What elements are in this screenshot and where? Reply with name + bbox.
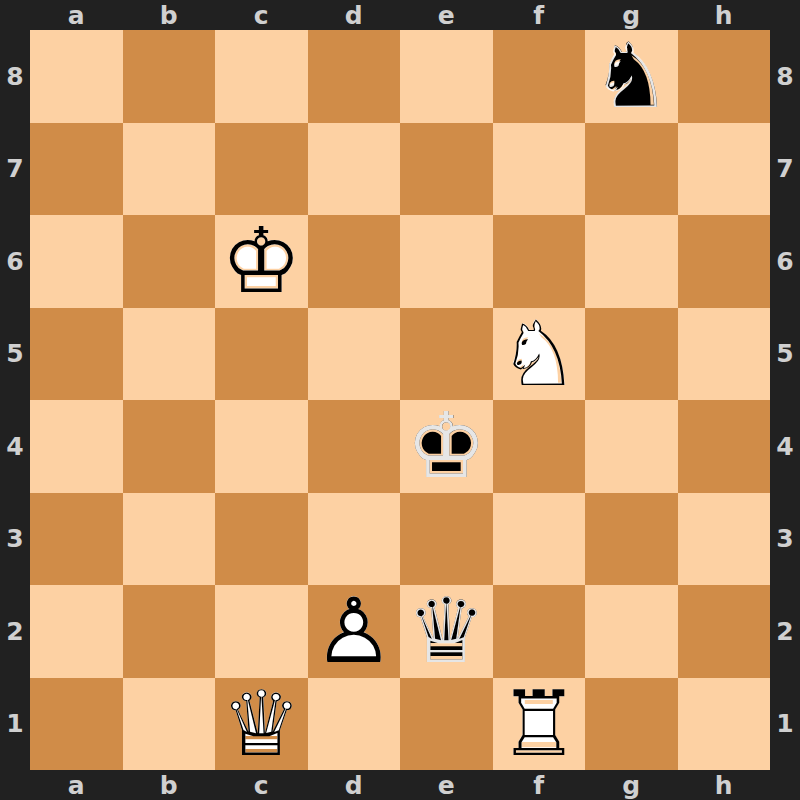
rank-label-2-left: 2: [0, 585, 30, 678]
knight-glyph-outline: ♘: [585, 30, 678, 123]
square-e1[interactable]: [400, 678, 493, 771]
square-e7[interactable]: [400, 123, 493, 216]
piece-black-knight[interactable]: ♞♘: [585, 30, 678, 123]
square-c2[interactable]: [215, 585, 308, 678]
square-d1[interactable]: [308, 678, 401, 771]
file-labels-bottom: abcdefgh: [30, 770, 770, 800]
rank-label-5-right: 5: [770, 308, 800, 401]
piece-black-queen[interactable]: ♛♕: [400, 585, 493, 678]
square-b2[interactable]: [123, 585, 216, 678]
chess-board-frame: abcdefgh 87654321 ♞♘♚♔♞♘♚♔♟♙♛♕♛♕♜♖ 87654…: [0, 0, 800, 800]
file-label-f-top: f: [493, 0, 586, 30]
square-h1[interactable]: [678, 678, 771, 771]
square-c4[interactable]: [215, 400, 308, 493]
square-f8[interactable]: [493, 30, 586, 123]
file-label-e-bottom: e: [400, 770, 493, 800]
square-g3[interactable]: [585, 493, 678, 586]
square-g7[interactable]: [585, 123, 678, 216]
rank-label-8-right: 8: [770, 30, 800, 123]
square-b3[interactable]: [123, 493, 216, 586]
square-d3[interactable]: [308, 493, 401, 586]
square-h6[interactable]: [678, 215, 771, 308]
square-d7[interactable]: [308, 123, 401, 216]
file-label-a-bottom: a: [30, 770, 123, 800]
square-f1[interactable]: ♜♖: [493, 678, 586, 771]
square-h3[interactable]: [678, 493, 771, 586]
square-e4[interactable]: ♚♔: [400, 400, 493, 493]
knight-glyph-outline: ♘: [493, 308, 586, 401]
rank-label-4-right: 4: [770, 400, 800, 493]
king-glyph-outline: ♔: [215, 215, 308, 308]
file-label-g-bottom: g: [585, 770, 678, 800]
piece-black-king[interactable]: ♚♔: [400, 400, 493, 493]
square-h5[interactable]: [678, 308, 771, 401]
king-glyph-outline: ♔: [400, 400, 493, 493]
chess-board: ♞♘♚♔♞♘♚♔♟♙♛♕♛♕♜♖: [30, 30, 770, 770]
square-e3[interactable]: [400, 493, 493, 586]
rank-label-1-left: 1: [0, 678, 30, 771]
square-c3[interactable]: [215, 493, 308, 586]
square-b7[interactable]: [123, 123, 216, 216]
file-label-h-top: h: [678, 0, 771, 30]
square-a3[interactable]: [30, 493, 123, 586]
square-b6[interactable]: [123, 215, 216, 308]
square-e2[interactable]: ♛♕: [400, 585, 493, 678]
square-d4[interactable]: [308, 400, 401, 493]
square-g1[interactable]: [585, 678, 678, 771]
square-f6[interactable]: [493, 215, 586, 308]
rank-label-1-right: 1: [770, 678, 800, 771]
file-label-b-bottom: b: [123, 770, 216, 800]
square-b8[interactable]: [123, 30, 216, 123]
square-g5[interactable]: [585, 308, 678, 401]
square-d5[interactable]: [308, 308, 401, 401]
rank-label-5-left: 5: [0, 308, 30, 401]
square-f4[interactable]: [493, 400, 586, 493]
square-f7[interactable]: [493, 123, 586, 216]
rank-labels-left: 87654321: [0, 30, 30, 770]
square-a5[interactable]: [30, 308, 123, 401]
square-h7[interactable]: [678, 123, 771, 216]
square-g8[interactable]: ♞♘: [585, 30, 678, 123]
square-b5[interactable]: [123, 308, 216, 401]
square-a2[interactable]: [30, 585, 123, 678]
file-label-h-bottom: h: [678, 770, 771, 800]
rank-label-7-left: 7: [0, 123, 30, 216]
square-c1[interactable]: ♛♕: [215, 678, 308, 771]
queen-glyph-outline: ♕: [215, 678, 308, 771]
rank-label-2-right: 2: [770, 585, 800, 678]
rank-labels-right: 87654321: [770, 30, 800, 770]
file-label-c-top: c: [215, 0, 308, 30]
file-label-d-bottom: d: [308, 770, 401, 800]
square-b1[interactable]: [123, 678, 216, 771]
square-h4[interactable]: [678, 400, 771, 493]
square-f5[interactable]: ♞♘: [493, 308, 586, 401]
piece-white-rook[interactable]: ♜♖: [493, 678, 586, 771]
square-d2[interactable]: ♟♙: [308, 585, 401, 678]
square-f3[interactable]: [493, 493, 586, 586]
square-c7[interactable]: [215, 123, 308, 216]
rank-label-6-right: 6: [770, 215, 800, 308]
square-a6[interactable]: [30, 215, 123, 308]
queen-glyph-outline: ♕: [400, 585, 493, 678]
file-label-e-top: e: [400, 0, 493, 30]
square-f2[interactable]: [493, 585, 586, 678]
square-h2[interactable]: [678, 585, 771, 678]
square-d8[interactable]: [308, 30, 401, 123]
square-a4[interactable]: [30, 400, 123, 493]
square-e8[interactable]: [400, 30, 493, 123]
pawn-glyph-outline: ♙: [308, 585, 401, 678]
rank-label-7-right: 7: [770, 123, 800, 216]
square-c8[interactable]: [215, 30, 308, 123]
file-label-d-top: d: [308, 0, 401, 30]
piece-white-king[interactable]: ♚♔: [215, 215, 308, 308]
piece-white-pawn[interactable]: ♟♙: [308, 585, 401, 678]
file-label-b-top: b: [123, 0, 216, 30]
rank-label-8-left: 8: [0, 30, 30, 123]
file-label-a-top: a: [30, 0, 123, 30]
rook-glyph-outline: ♖: [493, 678, 586, 771]
square-g2[interactable]: [585, 585, 678, 678]
square-c6[interactable]: ♚♔: [215, 215, 308, 308]
square-d6[interactable]: [308, 215, 401, 308]
square-h8[interactable]: [678, 30, 771, 123]
square-e5[interactable]: [400, 308, 493, 401]
piece-white-knight[interactable]: ♞♘: [493, 308, 586, 401]
square-a7[interactable]: [30, 123, 123, 216]
rank-label-3-right: 3: [770, 493, 800, 586]
square-e6[interactable]: [400, 215, 493, 308]
piece-white-queen[interactable]: ♛♕: [215, 678, 308, 771]
square-b4[interactable]: [123, 400, 216, 493]
rank-label-4-left: 4: [0, 400, 30, 493]
square-a8[interactable]: [30, 30, 123, 123]
square-g4[interactable]: [585, 400, 678, 493]
rank-label-3-left: 3: [0, 493, 30, 586]
square-g6[interactable]: [585, 215, 678, 308]
rank-label-6-left: 6: [0, 215, 30, 308]
square-c5[interactable]: [215, 308, 308, 401]
square-a1[interactable]: [30, 678, 123, 771]
